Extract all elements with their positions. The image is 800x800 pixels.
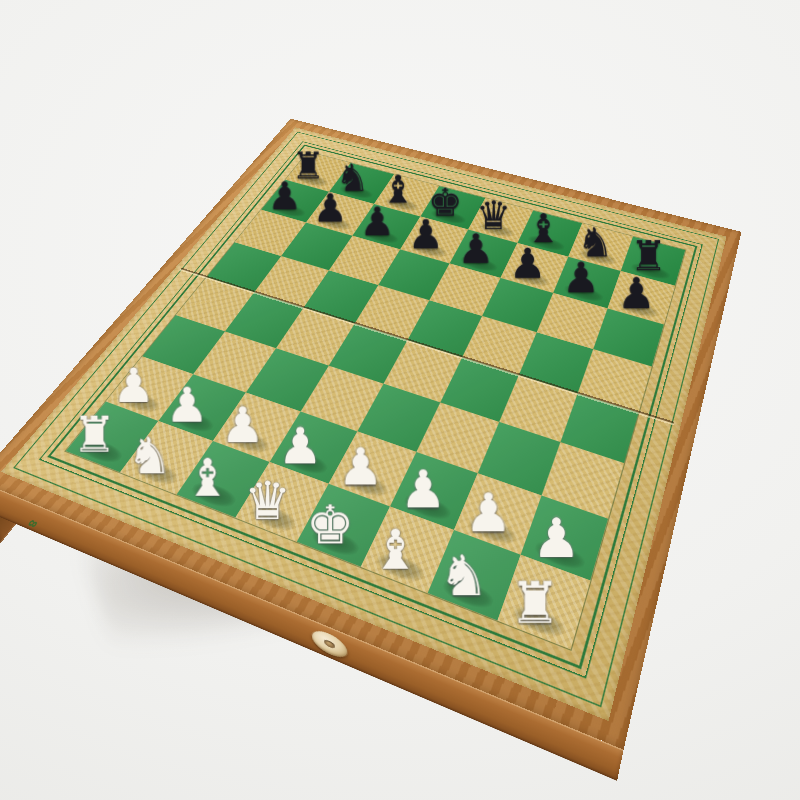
chess-piece-wP-b2: ♟ bbox=[165, 381, 208, 429]
chess-piece-wP-a2: ♟ bbox=[112, 362, 154, 409]
square-a4 bbox=[176, 277, 254, 331]
square-d4 bbox=[329, 324, 408, 384]
chess-piece-bP-b7: ♟ bbox=[312, 189, 347, 228]
chess-box: ♜♞♝♚♛♝♞♜♟♟♟♟♟♟♟♟♟♟♟♟♟♟♟♟♜♞♝♛♚♝♞♜ abcdefg… bbox=[0, 148, 735, 781]
chess-piece-bP-a7: ♟ bbox=[267, 177, 301, 215]
chess-piece-wN-g1: ♞ bbox=[438, 548, 488, 604]
scene: ♜♞♝♚♛♝♞♜♟♟♟♟♟♟♟♟♟♟♟♟♟♟♟♟♜♞♝♛♚♝♞♜ abcdefg… bbox=[128, 92, 688, 652]
chess-piece-bP-g7: ♟ bbox=[562, 257, 600, 299]
chess-piece-wP-f2: ♟ bbox=[399, 464, 446, 516]
latch-knob bbox=[311, 626, 348, 662]
chess-piece-wN-b1: ♞ bbox=[127, 431, 172, 482]
chess-piece-wB-c1: ♝ bbox=[184, 452, 230, 504]
chess-piece-wR-a1: ♜ bbox=[72, 410, 116, 460]
chess-piece-wP-h2: ♟ bbox=[531, 511, 580, 565]
chess-piece-wR-h1: ♜ bbox=[509, 575, 560, 632]
chess-piece-wP-g2: ♟ bbox=[464, 487, 512, 540]
chess-piece-wQ-d1: ♛ bbox=[243, 475, 290, 528]
chess-piece-bP-h7: ♟ bbox=[617, 272, 655, 315]
chess-piece-wK-e1: ♚ bbox=[306, 498, 354, 552]
chess-piece-bP-d7: ♟ bbox=[407, 215, 443, 255]
product-photo-chess-set: { "game": "chess", "scene_type": "wooden… bbox=[0, 0, 800, 800]
chess-piece-bP-c7: ♟ bbox=[359, 202, 394, 242]
chess-piece-wP-d2: ♟ bbox=[278, 421, 323, 471]
chess-piece-wP-c2: ♟ bbox=[220, 401, 264, 450]
chess-piece-wB-f1: ♝ bbox=[370, 523, 419, 578]
chess-piece-wP-e2: ♟ bbox=[337, 442, 383, 493]
chess-piece-bP-e7: ♟ bbox=[457, 229, 494, 270]
chess-piece-bP-f7: ♟ bbox=[509, 243, 546, 284]
